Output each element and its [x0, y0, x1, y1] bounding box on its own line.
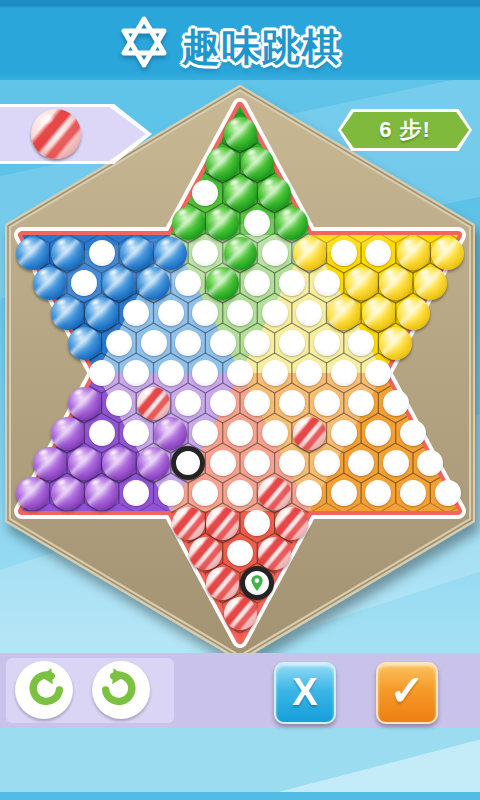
- undo-button[interactable]: [15, 661, 73, 719]
- current-player-red-marble: [31, 109, 81, 159]
- title-bar: 趣味跳棋: [0, 0, 480, 80]
- steps-badge: 6 步!: [341, 112, 469, 148]
- hexagram-star-icon: [118, 16, 170, 68]
- footer-strip: [0, 792, 480, 800]
- app-screen: 趣味跳棋 6 步! X ✓: [0, 0, 480, 800]
- rotate-ccw-icon: [22, 668, 66, 712]
- footer-background: [0, 728, 480, 800]
- page-title: 趣味跳棋: [182, 22, 342, 73]
- bottom-toolbar: X ✓: [0, 653, 480, 728]
- footer-swoosh: [0, 728, 480, 792]
- cancel-move-button[interactable]: X: [274, 662, 336, 724]
- confirm-move-button[interactable]: ✓: [376, 662, 438, 724]
- rotate-cw-icon: [99, 668, 143, 712]
- redo-button[interactable]: [92, 661, 150, 719]
